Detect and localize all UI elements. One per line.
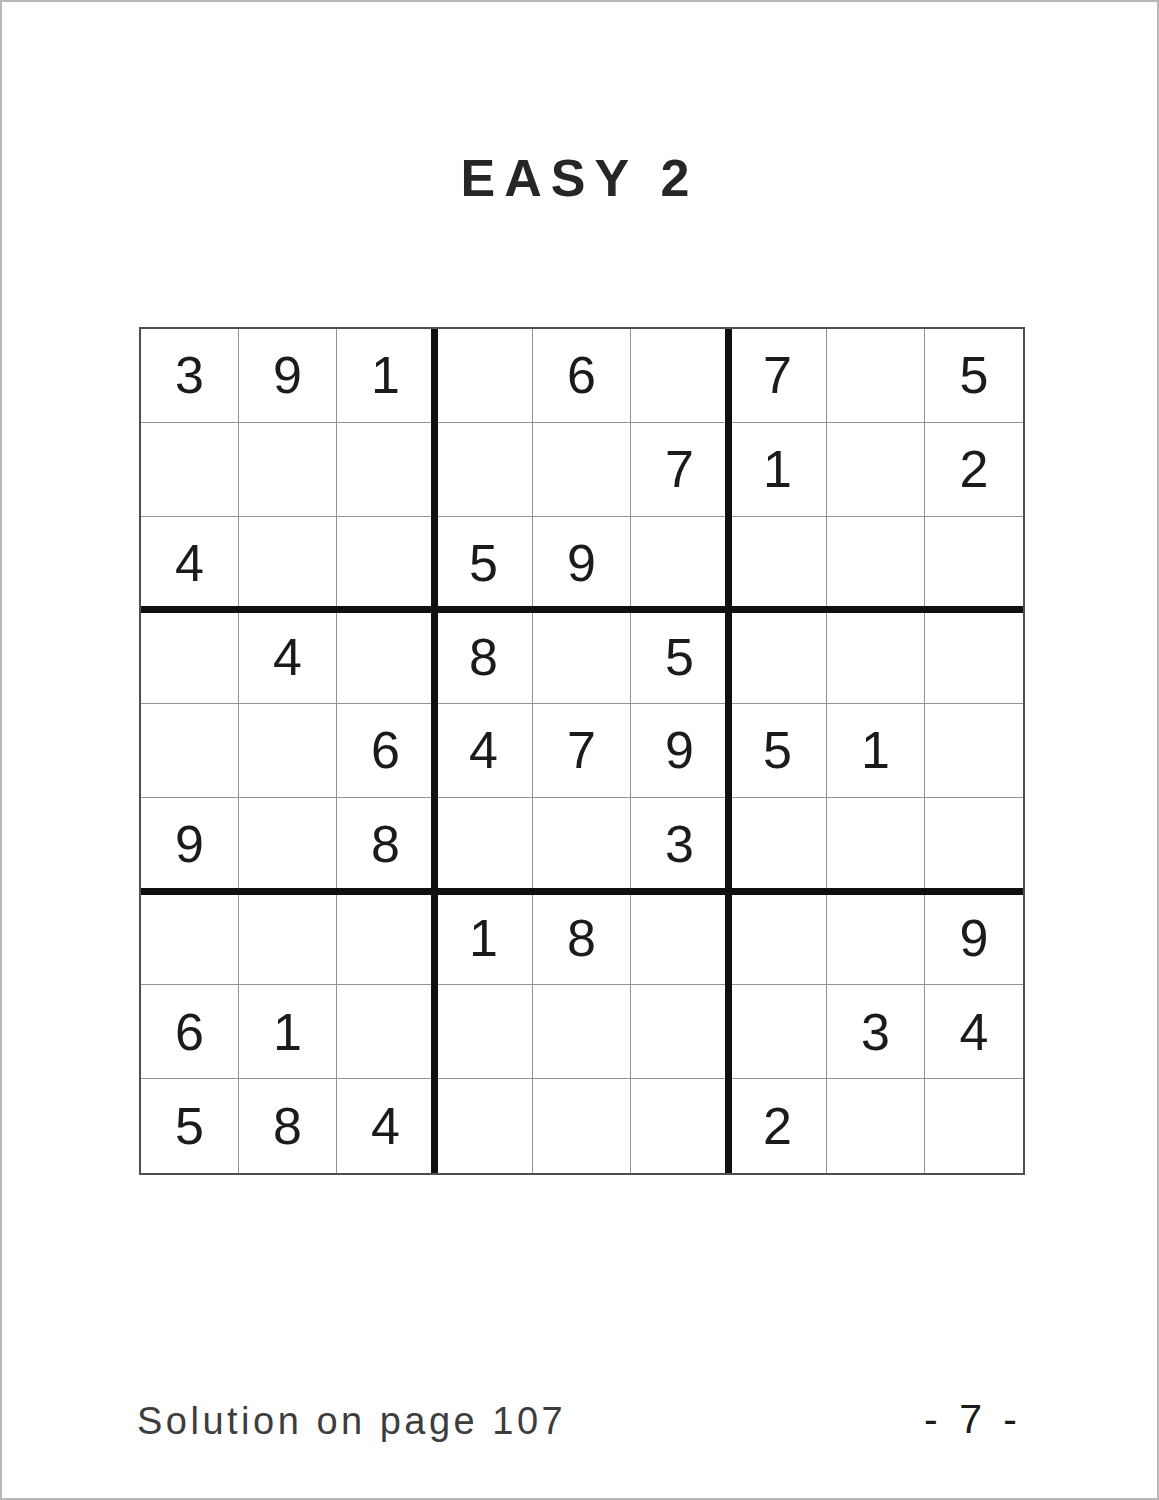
sudoku-cell-r2c7: 1: [729, 423, 827, 517]
sudoku-cell-r8c2: 1: [239, 985, 337, 1079]
sudoku-cell-r4c3: [337, 610, 435, 704]
sudoku-cell-r3c4: 5: [435, 517, 533, 611]
sudoku-cell-r6c1: 9: [141, 798, 239, 892]
sudoku-cell-r1c7: 7: [729, 329, 827, 423]
sudoku-board: 39167571245948564795198318961345842: [139, 327, 1025, 1175]
sudoku-cell-r7c2: [239, 892, 337, 986]
sudoku-cell-r8c3: [337, 985, 435, 1079]
sudoku-cell-r2c3: [337, 423, 435, 517]
sudoku-cell-r8c8: 3: [827, 985, 925, 1079]
sudoku-cell-r5c2: [239, 704, 337, 798]
sudoku-cell-r9c1: 5: [141, 1079, 239, 1173]
sudoku-cell-r4c2: 4: [239, 610, 337, 704]
sudoku-cell-r3c9: [925, 517, 1023, 611]
sudoku-cell-r7c1: [141, 892, 239, 986]
sudoku-cell-r5c8: 1: [827, 704, 925, 798]
sudoku-cell-r6c3: 8: [337, 798, 435, 892]
sudoku-cell-r9c2: 8: [239, 1079, 337, 1173]
sudoku-cell-r1c5: 6: [533, 329, 631, 423]
sudoku-cell-r8c5: [533, 985, 631, 1079]
sudoku-cell-r2c6: 7: [631, 423, 729, 517]
book-page: EASY 2 391675712459485647951983189613458…: [0, 0, 1159, 1500]
sudoku-cell-r9c8: [827, 1079, 925, 1173]
puzzle-title: EASY 2: [2, 148, 1157, 208]
box-divider-vertical-2: [725, 329, 732, 1173]
sudoku-cell-r9c5: [533, 1079, 631, 1173]
sudoku-cell-r4c4: 8: [435, 610, 533, 704]
sudoku-grid: 39167571245948564795198318961345842: [141, 329, 1023, 1173]
sudoku-cell-r6c2: [239, 798, 337, 892]
solution-reference-text: Solution on page 107: [137, 1400, 566, 1443]
sudoku-cell-r7c9: 9: [925, 892, 1023, 986]
sudoku-cell-r8c1: 6: [141, 985, 239, 1079]
sudoku-cell-r5c1: [141, 704, 239, 798]
sudoku-cell-r6c4: [435, 798, 533, 892]
sudoku-cell-r7c4: 1: [435, 892, 533, 986]
sudoku-cell-r4c7: [729, 610, 827, 704]
sudoku-cell-r5c5: 7: [533, 704, 631, 798]
sudoku-cell-r9c4: [435, 1079, 533, 1173]
sudoku-cell-r1c2: 9: [239, 329, 337, 423]
sudoku-cell-r8c9: 4: [925, 985, 1023, 1079]
sudoku-cell-r6c9: [925, 798, 1023, 892]
sudoku-cell-r2c5: [533, 423, 631, 517]
sudoku-cell-r4c1: [141, 610, 239, 704]
sudoku-cell-r3c6: [631, 517, 729, 611]
sudoku-cell-r8c7: [729, 985, 827, 1079]
sudoku-cell-r6c6: 3: [631, 798, 729, 892]
sudoku-cell-r9c7: 2: [729, 1079, 827, 1173]
sudoku-cell-r5c4: 4: [435, 704, 533, 798]
sudoku-cell-r1c8: [827, 329, 925, 423]
sudoku-cell-r6c5: [533, 798, 631, 892]
box-divider-horizontal-2: [141, 888, 1023, 895]
sudoku-cell-r3c7: [729, 517, 827, 611]
sudoku-cell-r3c2: [239, 517, 337, 611]
sudoku-cell-r5c7: 5: [729, 704, 827, 798]
box-divider-vertical-1: [431, 329, 438, 1173]
sudoku-cell-r5c9: [925, 704, 1023, 798]
sudoku-cell-r3c3: [337, 517, 435, 611]
sudoku-cell-r9c3: 4: [337, 1079, 435, 1173]
sudoku-cell-r1c9: 5: [925, 329, 1023, 423]
sudoku-cell-r1c1: 3: [141, 329, 239, 423]
sudoku-cell-r2c8: [827, 423, 925, 517]
sudoku-cell-r5c6: 9: [631, 704, 729, 798]
sudoku-cell-r9c6: [631, 1079, 729, 1173]
sudoku-cell-r4c5: [533, 610, 631, 704]
sudoku-cell-r2c4: [435, 423, 533, 517]
sudoku-cell-r6c8: [827, 798, 925, 892]
sudoku-cell-r1c4: [435, 329, 533, 423]
sudoku-cell-r1c6: [631, 329, 729, 423]
sudoku-cell-r8c6: [631, 985, 729, 1079]
sudoku-cell-r2c1: [141, 423, 239, 517]
sudoku-cell-r4c8: [827, 610, 925, 704]
sudoku-cell-r2c9: 2: [925, 423, 1023, 517]
sudoku-cell-r7c3: [337, 892, 435, 986]
sudoku-cell-r7c6: [631, 892, 729, 986]
sudoku-cell-r8c4: [435, 985, 533, 1079]
sudoku-cell-r4c9: [925, 610, 1023, 704]
sudoku-cell-r7c7: [729, 892, 827, 986]
sudoku-cell-r4c6: 5: [631, 610, 729, 704]
sudoku-cell-r6c7: [729, 798, 827, 892]
sudoku-cell-r3c1: 4: [141, 517, 239, 611]
box-divider-horizontal-1: [141, 606, 1023, 613]
page-number: - 7 -: [924, 1396, 1022, 1443]
sudoku-cell-r9c9: [925, 1079, 1023, 1173]
sudoku-cell-r5c3: 6: [337, 704, 435, 798]
sudoku-cell-r7c5: 8: [533, 892, 631, 986]
sudoku-cell-r3c5: 9: [533, 517, 631, 611]
sudoku-cell-r2c2: [239, 423, 337, 517]
sudoku-cell-r1c3: 1: [337, 329, 435, 423]
sudoku-cell-r3c8: [827, 517, 925, 611]
sudoku-cell-r7c8: [827, 892, 925, 986]
